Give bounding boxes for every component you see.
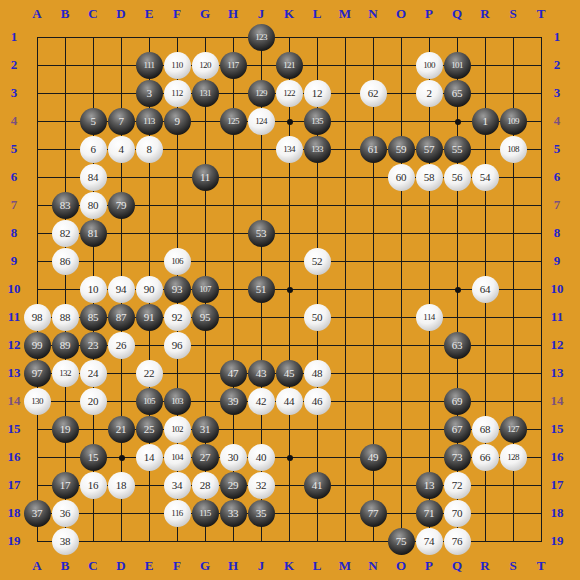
col-label-bottom-E: E — [136, 558, 162, 574]
grid-line-vertical — [401, 37, 402, 542]
stone-white-132: 132 — [52, 360, 79, 387]
stone-white-20: 20 — [80, 388, 107, 415]
col-label-bottom-L: L — [304, 558, 330, 574]
stone-white-114: 114 — [416, 304, 443, 331]
row-label-right-4: 4 — [544, 113, 570, 129]
go-board[interactable]: AABBCCDDEEFFGGHHJJKKLLMMNNOOPPQQRRSSTT11… — [0, 0, 580, 580]
stone-black-21: 21 — [108, 416, 135, 443]
stone-white-128: 128 — [500, 444, 527, 471]
stone-black-45: 45 — [276, 360, 303, 387]
col-label-bottom-C: C — [80, 558, 106, 574]
star-point — [119, 455, 125, 461]
col-label-top-A: A — [24, 6, 50, 22]
stone-white-92: 92 — [164, 304, 191, 331]
col-label-top-T: T — [528, 6, 554, 22]
stone-white-102: 102 — [164, 416, 191, 443]
stone-black-51: 51 — [248, 276, 275, 303]
stone-black-37: 37 — [24, 500, 51, 527]
stone-white-110: 110 — [164, 52, 191, 79]
stone-white-74: 74 — [416, 528, 443, 555]
row-label-right-9: 9 — [544, 253, 570, 269]
stone-white-30: 30 — [220, 444, 247, 471]
stone-white-108: 108 — [500, 136, 527, 163]
stone-black-103: 103 — [164, 388, 191, 415]
stone-white-106: 106 — [164, 248, 191, 275]
stone-white-54: 54 — [472, 164, 499, 191]
row-label-right-14: 14 — [544, 393, 570, 409]
stone-white-134: 134 — [276, 136, 303, 163]
col-label-top-L: L — [304, 6, 330, 22]
col-label-top-P: P — [416, 6, 442, 22]
row-label-left-16: 16 — [1, 449, 27, 465]
stone-black-11: 11 — [192, 164, 219, 191]
star-point — [287, 455, 293, 461]
col-label-top-C: C — [80, 6, 106, 22]
col-label-bottom-H: H — [220, 558, 246, 574]
stone-white-130: 130 — [24, 388, 51, 415]
stone-black-35: 35 — [248, 500, 275, 527]
col-label-bottom-D: D — [108, 558, 134, 574]
star-point — [287, 119, 293, 125]
stone-black-113: 113 — [136, 108, 163, 135]
row-label-left-1: 1 — [1, 29, 27, 45]
stone-black-69: 69 — [444, 388, 471, 415]
stone-black-1: 1 — [472, 108, 499, 135]
col-label-top-F: F — [164, 6, 190, 22]
col-label-bottom-B: B — [52, 558, 78, 574]
row-label-left-3: 3 — [1, 85, 27, 101]
stone-black-25: 25 — [136, 416, 163, 443]
col-label-top-S: S — [500, 6, 526, 22]
stone-white-88: 88 — [52, 304, 79, 331]
stone-black-53: 53 — [248, 220, 275, 247]
stone-black-123: 123 — [248, 24, 275, 51]
stone-white-64: 64 — [472, 276, 499, 303]
stone-black-131: 131 — [192, 80, 219, 107]
stone-black-75: 75 — [388, 528, 415, 555]
stone-white-22: 22 — [136, 360, 163, 387]
stone-white-86: 86 — [52, 248, 79, 275]
stone-black-87: 87 — [108, 304, 135, 331]
stone-white-90: 90 — [136, 276, 163, 303]
row-label-right-11: 11 — [544, 309, 570, 325]
star-point — [287, 287, 293, 293]
stone-white-76: 76 — [444, 528, 471, 555]
stone-black-47: 47 — [220, 360, 247, 387]
stone-white-56: 56 — [444, 164, 471, 191]
stone-white-40: 40 — [248, 444, 275, 471]
row-label-left-15: 15 — [1, 421, 27, 437]
row-label-left-9: 9 — [1, 253, 27, 269]
stone-black-39: 39 — [220, 388, 247, 415]
stone-black-73: 73 — [444, 444, 471, 471]
stone-white-16: 16 — [80, 472, 107, 499]
stone-black-57: 57 — [416, 136, 443, 163]
stone-black-109: 109 — [500, 108, 527, 135]
stone-white-120: 120 — [192, 52, 219, 79]
stone-white-70: 70 — [444, 500, 471, 527]
col-label-top-H: H — [220, 6, 246, 22]
col-label-bottom-O: O — [388, 558, 414, 574]
stone-white-24: 24 — [80, 360, 107, 387]
stone-white-58: 58 — [416, 164, 443, 191]
row-label-right-1: 1 — [544, 29, 570, 45]
row-label-right-13: 13 — [544, 365, 570, 381]
stone-black-13: 13 — [416, 472, 443, 499]
stone-black-27: 27 — [192, 444, 219, 471]
stone-black-81: 81 — [80, 220, 107, 247]
col-label-bottom-R: R — [472, 558, 498, 574]
stone-white-116: 116 — [164, 500, 191, 527]
col-label-bottom-Q: Q — [444, 558, 470, 574]
row-label-left-7: 7 — [1, 197, 27, 213]
stone-black-133: 133 — [304, 136, 331, 163]
stone-black-15: 15 — [80, 444, 107, 471]
stone-white-42: 42 — [248, 388, 275, 415]
row-label-right-3: 3 — [544, 85, 570, 101]
stone-black-9: 9 — [164, 108, 191, 135]
stone-black-3: 3 — [136, 80, 163, 107]
row-label-left-17: 17 — [1, 477, 27, 493]
row-label-right-7: 7 — [544, 197, 570, 213]
stone-black-33: 33 — [220, 500, 247, 527]
stone-white-46: 46 — [304, 388, 331, 415]
col-label-bottom-F: F — [164, 558, 190, 574]
stone-white-66: 66 — [472, 444, 499, 471]
stone-white-100: 100 — [416, 52, 443, 79]
col-label-top-J: J — [248, 6, 274, 22]
row-label-right-16: 16 — [544, 449, 570, 465]
stone-white-14: 14 — [136, 444, 163, 471]
stone-white-60: 60 — [388, 164, 415, 191]
row-label-left-6: 6 — [1, 169, 27, 185]
stone-black-85: 85 — [80, 304, 107, 331]
col-label-bottom-G: G — [192, 558, 218, 574]
col-label-bottom-N: N — [360, 558, 386, 574]
stone-white-8: 8 — [136, 136, 163, 163]
col-label-top-B: B — [52, 6, 78, 22]
stone-white-52: 52 — [304, 248, 331, 275]
stone-white-36: 36 — [52, 500, 79, 527]
stone-black-65: 65 — [444, 80, 471, 107]
grid-line-vertical — [541, 37, 542, 542]
col-label-top-E: E — [136, 6, 162, 22]
stone-black-125: 125 — [220, 108, 247, 135]
stone-white-104: 104 — [164, 444, 191, 471]
row-label-right-15: 15 — [544, 421, 570, 437]
stone-black-67: 67 — [444, 416, 471, 443]
stone-black-95: 95 — [192, 304, 219, 331]
stone-white-68: 68 — [472, 416, 499, 443]
stone-black-105: 105 — [136, 388, 163, 415]
stone-black-61: 61 — [360, 136, 387, 163]
stone-black-89: 89 — [52, 332, 79, 359]
stone-black-129: 129 — [248, 80, 275, 107]
col-label-bottom-A: A — [24, 558, 50, 574]
col-label-top-G: G — [192, 6, 218, 22]
stone-black-79: 79 — [108, 192, 135, 219]
row-label-left-19: 19 — [1, 533, 27, 549]
stone-black-29: 29 — [220, 472, 247, 499]
star-point — [455, 287, 461, 293]
stone-black-41: 41 — [304, 472, 331, 499]
row-label-left-10: 10 — [1, 281, 27, 297]
stone-black-31: 31 — [192, 416, 219, 443]
stone-white-12: 12 — [304, 80, 331, 107]
col-label-top-K: K — [276, 6, 302, 22]
stone-black-71: 71 — [416, 500, 443, 527]
stone-black-5: 5 — [80, 108, 107, 135]
stone-black-99: 99 — [24, 332, 51, 359]
col-label-top-R: R — [472, 6, 498, 22]
row-label-right-19: 19 — [544, 533, 570, 549]
stone-white-96: 96 — [164, 332, 191, 359]
stone-white-38: 38 — [52, 528, 79, 555]
row-label-left-8: 8 — [1, 225, 27, 241]
stone-black-23: 23 — [80, 332, 107, 359]
stone-black-55: 55 — [444, 136, 471, 163]
row-label-right-5: 5 — [544, 141, 570, 157]
row-label-right-12: 12 — [544, 337, 570, 353]
stone-black-91: 91 — [136, 304, 163, 331]
stone-white-80: 80 — [80, 192, 107, 219]
stone-black-7: 7 — [108, 108, 135, 135]
stone-white-62: 62 — [360, 80, 387, 107]
stone-white-32: 32 — [248, 472, 275, 499]
stone-black-127: 127 — [500, 416, 527, 443]
stone-white-28: 28 — [192, 472, 219, 499]
stone-black-19: 19 — [52, 416, 79, 443]
row-label-right-2: 2 — [544, 57, 570, 73]
stone-black-17: 17 — [52, 472, 79, 499]
stone-white-48: 48 — [304, 360, 331, 387]
stone-black-115: 115 — [192, 500, 219, 527]
col-label-top-N: N — [360, 6, 386, 22]
stone-black-107: 107 — [192, 276, 219, 303]
stone-white-82: 82 — [52, 220, 79, 247]
row-label-right-18: 18 — [544, 505, 570, 521]
stone-white-18: 18 — [108, 472, 135, 499]
stone-white-124: 124 — [248, 108, 275, 135]
stone-white-34: 34 — [164, 472, 191, 499]
col-label-bottom-J: J — [248, 558, 274, 574]
row-label-right-17: 17 — [544, 477, 570, 493]
stone-black-43: 43 — [248, 360, 275, 387]
col-label-top-O: O — [388, 6, 414, 22]
stone-white-122: 122 — [276, 80, 303, 107]
stone-black-49: 49 — [360, 444, 387, 471]
stone-white-6: 6 — [80, 136, 107, 163]
col-label-bottom-M: M — [332, 558, 358, 574]
stone-white-10: 10 — [80, 276, 107, 303]
stone-black-59: 59 — [388, 136, 415, 163]
stone-black-83: 83 — [52, 192, 79, 219]
grid-line-vertical — [345, 37, 346, 542]
stone-white-94: 94 — [108, 276, 135, 303]
row-label-right-10: 10 — [544, 281, 570, 297]
row-label-right-8: 8 — [544, 225, 570, 241]
stone-white-72: 72 — [444, 472, 471, 499]
col-label-top-D: D — [108, 6, 134, 22]
stone-white-50: 50 — [304, 304, 331, 331]
stone-white-4: 4 — [108, 136, 135, 163]
row-label-left-5: 5 — [1, 141, 27, 157]
stone-black-97: 97 — [24, 360, 51, 387]
col-label-bottom-S: S — [500, 558, 526, 574]
col-label-top-M: M — [332, 6, 358, 22]
row-label-left-4: 4 — [1, 113, 27, 129]
col-label-bottom-P: P — [416, 558, 442, 574]
stone-black-111: 111 — [136, 52, 163, 79]
row-label-left-2: 2 — [1, 57, 27, 73]
col-label-bottom-T: T — [528, 558, 554, 574]
stone-white-98: 98 — [24, 304, 51, 331]
grid-line-vertical — [429, 37, 430, 542]
star-point — [455, 119, 461, 125]
stone-white-44: 44 — [276, 388, 303, 415]
stone-black-63: 63 — [444, 332, 471, 359]
stone-black-93: 93 — [164, 276, 191, 303]
stone-black-101: 101 — [444, 52, 471, 79]
stone-white-84: 84 — [80, 164, 107, 191]
stone-white-2: 2 — [416, 80, 443, 107]
row-label-right-6: 6 — [544, 169, 570, 185]
col-label-bottom-K: K — [276, 558, 302, 574]
stone-black-135: 135 — [304, 108, 331, 135]
stone-white-26: 26 — [108, 332, 135, 359]
stone-black-77: 77 — [360, 500, 387, 527]
col-label-top-Q: Q — [444, 6, 470, 22]
stone-black-121: 121 — [276, 52, 303, 79]
stone-black-117: 117 — [220, 52, 247, 79]
stone-white-112: 112 — [164, 80, 191, 107]
